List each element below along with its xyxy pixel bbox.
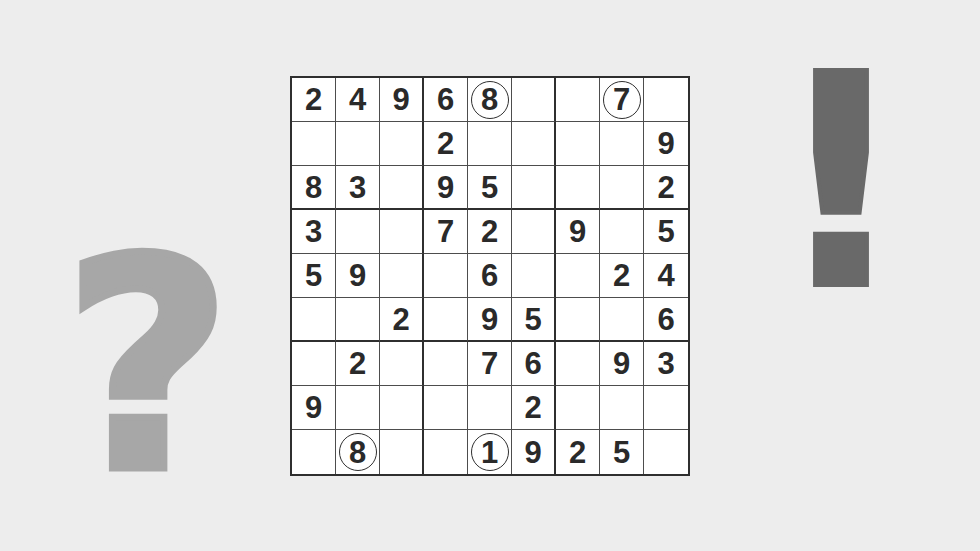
given-digit: 5 — [481, 172, 498, 203]
given-digit: 9 — [437, 172, 454, 203]
sudoku-cell-r3c1[interactable]: 8 — [292, 166, 336, 210]
given-digit: 9 — [524, 437, 541, 468]
given-digit: 6 — [481, 260, 498, 291]
given-digit: 2 — [481, 216, 498, 247]
given-digit: 1 — [481, 437, 498, 468]
sudoku-cell-r6c9[interactable]: 6 — [644, 298, 688, 342]
sudoku-cell-r5c5[interactable]: 6 — [468, 254, 512, 298]
sudoku-cell-r6c4[interactable] — [424, 298, 468, 342]
sudoku-cell-r8c7[interactable] — [556, 386, 600, 430]
sudoku-cell-r5c6[interactable] — [512, 254, 556, 298]
given-digit: 2 — [392, 304, 409, 335]
sudoku-cell-r5c8[interactable]: 2 — [600, 254, 644, 298]
sudoku-cell-r3c2[interactable]: 3 — [336, 166, 380, 210]
sudoku-cell-r9c7[interactable]: 2 — [556, 430, 600, 474]
given-digit: 5 — [613, 437, 630, 468]
sudoku-cell-r9c8[interactable]: 5 — [600, 430, 644, 474]
given-digit: 9 — [569, 216, 586, 247]
given-digit: 5 — [657, 216, 674, 247]
sudoku-cell-r7c4[interactable] — [424, 342, 468, 386]
given-digit: 8 — [349, 437, 366, 468]
given-digit: 7 — [437, 216, 454, 247]
exclamation-mark-glyph: ! — [785, 60, 897, 305]
given-digit: 2 — [437, 128, 454, 159]
sudoku-cell-r7c5[interactable]: 7 — [468, 342, 512, 386]
circle-mark: 7 — [603, 81, 641, 119]
sudoku-cell-r2c3[interactable] — [380, 122, 424, 166]
given-digit: 2 — [569, 437, 586, 468]
sudoku-cell-r4c2[interactable] — [336, 210, 380, 254]
given-digit: 2 — [613, 260, 630, 291]
sudoku-cell-r8c6[interactable]: 2 — [512, 386, 556, 430]
given-digit: 5 — [524, 304, 541, 335]
sudoku-cell-r9c9[interactable] — [644, 430, 688, 474]
sudoku-board: 249687298395237295596242956276939281925 — [290, 76, 690, 476]
sudoku-cell-r4c9[interactable]: 5 — [644, 210, 688, 254]
sudoku-cell-r6c8[interactable] — [600, 298, 644, 342]
sudoku-cell-r2c4[interactable]: 2 — [424, 122, 468, 166]
given-digit: 6 — [524, 348, 541, 379]
sudoku-cell-r3c3[interactable] — [380, 166, 424, 210]
sudoku-cell-r1c4[interactable]: 6 — [424, 78, 468, 122]
sudoku-cell-r3c4[interactable]: 9 — [424, 166, 468, 210]
circle-mark: 1 — [471, 433, 509, 471]
given-digit: 4 — [349, 84, 366, 115]
sudoku-cell-r3c9[interactable]: 2 — [644, 166, 688, 210]
given-digit: 9 — [481, 304, 498, 335]
given-digit: 6 — [657, 304, 674, 335]
sudoku-cell-r9c1[interactable] — [292, 430, 336, 474]
sudoku-cell-r5c2[interactable]: 9 — [336, 254, 380, 298]
given-digit: 9 — [613, 348, 630, 379]
sudoku-cell-r2c6[interactable] — [512, 122, 556, 166]
sudoku-cell-r7c7[interactable] — [556, 342, 600, 386]
sudoku-cell-r4c1[interactable]: 3 — [292, 210, 336, 254]
given-digit: 9 — [349, 260, 366, 291]
given-digit: 3 — [305, 216, 322, 247]
sudoku-cell-r5c9[interactable]: 4 — [644, 254, 688, 298]
sudoku-cell-r3c8[interactable] — [600, 166, 644, 210]
sudoku-cell-r7c2[interactable]: 2 — [336, 342, 380, 386]
question-mark-glyph: ? — [35, 245, 260, 490]
sudoku-cell-r9c5[interactable]: 1 — [468, 430, 512, 474]
sudoku-cell-r3c5[interactable]: 5 — [468, 166, 512, 210]
sudoku-cell-r4c8[interactable] — [600, 210, 644, 254]
sudoku-cell-r2c7[interactable] — [556, 122, 600, 166]
sudoku-cell-r2c2[interactable] — [336, 122, 380, 166]
sudoku-cell-r9c6[interactable]: 9 — [512, 430, 556, 474]
sudoku-cell-r7c1[interactable] — [292, 342, 336, 386]
sudoku-cell-r9c3[interactable] — [380, 430, 424, 474]
given-digit: 9 — [392, 84, 409, 115]
given-digit: 2 — [305, 84, 322, 115]
sudoku-cell-r5c1[interactable]: 5 — [292, 254, 336, 298]
given-digit: 9 — [305, 392, 322, 423]
sudoku-cell-r8c8[interactable] — [600, 386, 644, 430]
sudoku-cell-r6c1[interactable] — [292, 298, 336, 342]
sudoku-cell-r1c8[interactable]: 7 — [600, 78, 644, 122]
given-digit: 7 — [481, 348, 498, 379]
sudoku-cell-r2c9[interactable]: 9 — [644, 122, 688, 166]
sudoku-cell-r2c8[interactable] — [600, 122, 644, 166]
sudoku-cell-r1c1[interactable]: 2 — [292, 78, 336, 122]
sudoku-cell-r1c9[interactable] — [644, 78, 688, 122]
sudoku-cell-r1c3[interactable]: 9 — [380, 78, 424, 122]
sudoku-cell-r1c7[interactable] — [556, 78, 600, 122]
sudoku-cell-r3c6[interactable] — [512, 166, 556, 210]
sudoku-cell-r7c6[interactable]: 6 — [512, 342, 556, 386]
sudoku-cell-r5c7[interactable] — [556, 254, 600, 298]
sudoku-cell-r1c5[interactable]: 8 — [468, 78, 512, 122]
sudoku-cell-r9c2[interactable]: 8 — [336, 430, 380, 474]
sudoku-cell-r4c6[interactable] — [512, 210, 556, 254]
sudoku-cell-r8c4[interactable] — [424, 386, 468, 430]
sudoku-cell-r7c8[interactable]: 9 — [600, 342, 644, 386]
sudoku-cell-r4c4[interactable]: 7 — [424, 210, 468, 254]
sudoku-cell-r9c4[interactable] — [424, 430, 468, 474]
sudoku-cell-r8c2[interactable] — [336, 386, 380, 430]
sudoku-cell-r5c4[interactable] — [424, 254, 468, 298]
sudoku-cell-r6c3[interactable]: 2 — [380, 298, 424, 342]
given-digit: 8 — [305, 172, 322, 203]
sudoku-cell-r4c7[interactable]: 9 — [556, 210, 600, 254]
given-digit: 3 — [657, 348, 674, 379]
circle-mark: 8 — [339, 433, 377, 471]
sudoku-cell-r2c5[interactable] — [468, 122, 512, 166]
sudoku-cell-r6c2[interactable] — [336, 298, 380, 342]
sudoku-cell-r2c1[interactable] — [292, 122, 336, 166]
sudoku-cell-r6c5[interactable]: 9 — [468, 298, 512, 342]
sudoku-cell-r1c6[interactable] — [512, 78, 556, 122]
given-digit: 8 — [481, 84, 498, 115]
sudoku-cell-r7c9[interactable]: 3 — [644, 342, 688, 386]
given-digit: 2 — [657, 172, 674, 203]
sudoku-cell-r8c9[interactable] — [644, 386, 688, 430]
sudoku-cell-r3c7[interactable] — [556, 166, 600, 210]
given-digit: 7 — [613, 84, 630, 115]
given-digit: 4 — [657, 260, 674, 291]
given-digit: 6 — [437, 84, 454, 115]
sudoku-cell-r4c5[interactable]: 2 — [468, 210, 512, 254]
given-digit: 9 — [657, 128, 674, 159]
puzzle-stage: ? 24968729839523729559624295627693928192… — [0, 0, 980, 551]
circle-mark: 8 — [471, 81, 509, 119]
sudoku-cell-r6c7[interactable] — [556, 298, 600, 342]
sudoku-cell-r5c3[interactable] — [380, 254, 424, 298]
sudoku-cell-r4c3[interactable] — [380, 210, 424, 254]
given-digit: 3 — [349, 172, 366, 203]
given-digit: 5 — [305, 260, 322, 291]
sudoku-cell-r6c6[interactable]: 5 — [512, 298, 556, 342]
given-digit: 2 — [349, 348, 366, 379]
sudoku-cell-r7c3[interactable] — [380, 342, 424, 386]
given-digit: 2 — [524, 392, 541, 423]
sudoku-cell-r1c2[interactable]: 4 — [336, 78, 380, 122]
sudoku-cell-r8c5[interactable] — [468, 386, 512, 430]
sudoku-cell-r8c3[interactable] — [380, 386, 424, 430]
sudoku-cell-r8c1[interactable]: 9 — [292, 386, 336, 430]
